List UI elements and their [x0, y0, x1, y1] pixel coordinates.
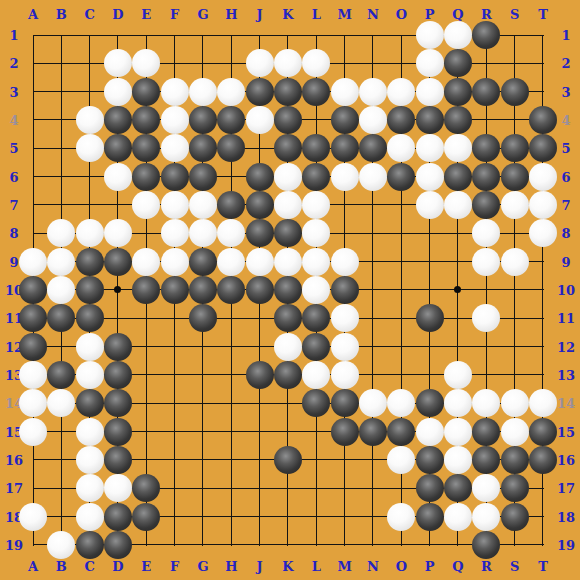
row-label-left: 1: [9, 28, 18, 43]
black-stone[interactable]: [501, 503, 529, 531]
row-label-right: 5: [561, 141, 570, 156]
white-stone[interactable]: [359, 389, 387, 417]
black-stone[interactable]: [444, 474, 472, 502]
star-point: [454, 286, 461, 293]
white-stone[interactable]: [47, 248, 75, 276]
black-stone[interactable]: [472, 134, 500, 162]
white-stone[interactable]: [161, 248, 189, 276]
black-stone[interactable]: [302, 163, 330, 191]
column-label-bottom: H: [225, 559, 237, 574]
column-label-bottom: T: [538, 559, 548, 574]
black-stone[interactable]: [274, 106, 302, 134]
white-stone[interactable]: [76, 106, 104, 134]
white-stone[interactable]: [416, 418, 444, 446]
column-label-top: K: [282, 7, 293, 22]
white-stone[interactable]: [359, 163, 387, 191]
row-label-left: 7: [9, 197, 18, 212]
white-stone[interactable]: [104, 219, 132, 247]
white-stone[interactable]: [444, 503, 472, 531]
white-stone[interactable]: [529, 163, 557, 191]
column-label-bottom: F: [170, 559, 179, 574]
white-stone[interactable]: [161, 106, 189, 134]
white-stone[interactable]: [472, 474, 500, 502]
black-stone[interactable]: [501, 134, 529, 162]
column-label-top: M: [337, 7, 351, 22]
white-stone[interactable]: [132, 191, 160, 219]
row-label-left: 8: [9, 226, 18, 241]
row-label-right: 1: [561, 28, 570, 43]
column-label-top: L: [312, 7, 321, 22]
row-label-left: 6: [9, 169, 18, 184]
white-stone[interactable]: [19, 389, 47, 417]
white-stone[interactable]: [132, 49, 160, 77]
black-stone[interactable]: [189, 106, 217, 134]
white-stone[interactable]: [444, 361, 472, 389]
column-label-top: Q: [452, 7, 463, 22]
column-label-top: S: [510, 7, 519, 22]
black-stone[interactable]: [246, 191, 274, 219]
white-stone[interactable]: [274, 163, 302, 191]
black-stone[interactable]: [387, 106, 415, 134]
white-stone[interactable]: [189, 219, 217, 247]
white-stone[interactable]: [161, 191, 189, 219]
white-stone[interactable]: [444, 134, 472, 162]
black-stone[interactable]: [501, 163, 529, 191]
black-stone[interactable]: [189, 304, 217, 332]
white-stone[interactable]: [76, 503, 104, 531]
white-stone[interactable]: [217, 78, 245, 106]
column-label-bottom: S: [510, 559, 519, 574]
black-stone[interactable]: [501, 78, 529, 106]
row-label-left: 17: [5, 481, 23, 496]
column-label-bottom: B: [56, 559, 67, 574]
column-label-top: N: [367, 7, 379, 22]
column-label-bottom: N: [367, 559, 379, 574]
black-stone[interactable]: [132, 503, 160, 531]
black-stone[interactable]: [132, 474, 160, 502]
white-stone[interactable]: [104, 78, 132, 106]
black-stone[interactable]: [302, 78, 330, 106]
white-stone[interactable]: [444, 389, 472, 417]
black-stone[interactable]: [104, 248, 132, 276]
black-stone[interactable]: [274, 78, 302, 106]
row-label-right: 11: [557, 311, 575, 326]
black-stone[interactable]: [19, 276, 47, 304]
white-stone[interactable]: [387, 503, 415, 531]
white-stone[interactable]: [302, 248, 330, 276]
row-label-left: 3: [9, 84, 18, 99]
black-stone[interactable]: [274, 276, 302, 304]
black-stone[interactable]: [331, 106, 359, 134]
white-stone[interactable]: [246, 106, 274, 134]
white-stone[interactable]: [161, 134, 189, 162]
white-stone[interactable]: [274, 333, 302, 361]
white-stone[interactable]: [416, 191, 444, 219]
column-label-bottom: R: [481, 559, 492, 574]
row-label-right: 6: [561, 169, 570, 184]
black-stone[interactable]: [246, 361, 274, 389]
black-stone[interactable]: [529, 106, 557, 134]
black-stone[interactable]: [529, 418, 557, 446]
column-label-bottom: Q: [452, 559, 463, 574]
black-stone[interactable]: [132, 163, 160, 191]
row-label-right: 8: [561, 226, 570, 241]
white-stone[interactable]: [331, 248, 359, 276]
white-stone[interactable]: [104, 163, 132, 191]
black-stone[interactable]: [416, 304, 444, 332]
white-stone[interactable]: [161, 219, 189, 247]
white-stone[interactable]: [416, 134, 444, 162]
column-label-top: B: [56, 7, 67, 22]
column-label-bottom: P: [425, 559, 435, 574]
white-stone[interactable]: [501, 418, 529, 446]
column-label-bottom: O: [396, 559, 407, 574]
black-stone[interactable]: [274, 304, 302, 332]
white-stone[interactable]: [416, 163, 444, 191]
row-label-right: 18: [557, 509, 575, 524]
black-stone[interactable]: [359, 134, 387, 162]
column-label-bottom: G: [197, 559, 208, 574]
white-stone[interactable]: [331, 333, 359, 361]
row-label-right: 3: [561, 84, 570, 99]
black-stone[interactable]: [76, 304, 104, 332]
black-stone[interactable]: [331, 418, 359, 446]
black-stone[interactable]: [529, 446, 557, 474]
white-stone[interactable]: [104, 474, 132, 502]
white-stone[interactable]: [472, 389, 500, 417]
black-stone[interactable]: [472, 191, 500, 219]
white-stone[interactable]: [19, 418, 47, 446]
black-stone[interactable]: [246, 219, 274, 247]
column-label-top: P: [425, 7, 435, 22]
black-stone[interactable]: [274, 219, 302, 247]
white-stone[interactable]: [189, 191, 217, 219]
white-stone[interactable]: [331, 304, 359, 332]
black-stone[interactable]: [104, 389, 132, 417]
row-label-right: 4: [561, 112, 570, 127]
black-stone[interactable]: [217, 134, 245, 162]
white-stone[interactable]: [302, 276, 330, 304]
white-stone[interactable]: [529, 219, 557, 247]
white-stone[interactable]: [19, 361, 47, 389]
black-stone[interactable]: [416, 389, 444, 417]
white-stone[interactable]: [274, 191, 302, 219]
black-stone[interactable]: [132, 106, 160, 134]
row-label-right: 12: [557, 339, 575, 354]
black-stone[interactable]: [472, 531, 500, 559]
black-stone[interactable]: [444, 163, 472, 191]
black-stone[interactable]: [19, 304, 47, 332]
column-label-top: O: [396, 7, 407, 22]
white-stone[interactable]: [76, 446, 104, 474]
black-stone[interactable]: [331, 134, 359, 162]
white-stone[interactable]: [302, 361, 330, 389]
row-label-left: 2: [9, 56, 18, 71]
row-label-right: 16: [557, 452, 575, 467]
white-stone[interactable]: [19, 503, 47, 531]
column-label-top: F: [170, 7, 179, 22]
white-stone[interactable]: [387, 134, 415, 162]
white-stone[interactable]: [501, 389, 529, 417]
black-stone[interactable]: [416, 474, 444, 502]
white-stone[interactable]: [444, 191, 472, 219]
black-stone[interactable]: [76, 276, 104, 304]
white-stone[interactable]: [76, 418, 104, 446]
go-board[interactable]: AABBCCDDEEFFGGHHJJKKLLMMNNOOPPQQRRSSTT11…: [0, 0, 580, 580]
black-stone[interactable]: [472, 418, 500, 446]
white-stone[interactable]: [416, 78, 444, 106]
white-stone[interactable]: [472, 304, 500, 332]
white-stone[interactable]: [302, 49, 330, 77]
white-stone[interactable]: [331, 163, 359, 191]
black-stone[interactable]: [104, 106, 132, 134]
black-stone[interactable]: [189, 276, 217, 304]
black-stone[interactable]: [132, 78, 160, 106]
row-label-right: 17: [557, 481, 575, 496]
row-label-right: 19: [557, 537, 575, 552]
row-label-right: 9: [561, 254, 570, 269]
white-stone[interactable]: [76, 219, 104, 247]
column-label-top: H: [225, 7, 237, 22]
black-stone[interactable]: [189, 163, 217, 191]
black-stone[interactable]: [76, 389, 104, 417]
white-stone[interactable]: [387, 446, 415, 474]
black-stone[interactable]: [501, 446, 529, 474]
white-stone[interactable]: [529, 389, 557, 417]
white-stone[interactable]: [501, 248, 529, 276]
black-stone[interactable]: [274, 446, 302, 474]
black-stone[interactable]: [104, 446, 132, 474]
black-stone[interactable]: [217, 276, 245, 304]
row-label-left: 4: [9, 112, 18, 127]
white-stone[interactable]: [472, 219, 500, 247]
column-label-top: G: [197, 7, 208, 22]
black-stone[interactable]: [104, 418, 132, 446]
black-stone[interactable]: [104, 134, 132, 162]
black-stone[interactable]: [472, 78, 500, 106]
white-stone[interactable]: [47, 276, 75, 304]
column-label-top: T: [538, 7, 548, 22]
row-label-left: 9: [9, 254, 18, 269]
white-stone[interactable]: [416, 49, 444, 77]
star-point: [114, 286, 121, 293]
white-stone[interactable]: [274, 248, 302, 276]
black-stone[interactable]: [416, 106, 444, 134]
row-label-right: 7: [561, 197, 570, 212]
white-stone[interactable]: [331, 78, 359, 106]
black-stone[interactable]: [104, 503, 132, 531]
row-label-right: 10: [557, 282, 575, 297]
black-stone[interactable]: [331, 389, 359, 417]
white-stone[interactable]: [444, 21, 472, 49]
black-stone[interactable]: [47, 361, 75, 389]
white-stone[interactable]: [529, 191, 557, 219]
white-stone[interactable]: [76, 361, 104, 389]
white-stone[interactable]: [387, 78, 415, 106]
white-stone[interactable]: [189, 78, 217, 106]
black-stone[interactable]: [416, 503, 444, 531]
black-stone[interactable]: [161, 163, 189, 191]
black-stone[interactable]: [132, 134, 160, 162]
column-label-bottom: L: [312, 559, 321, 574]
black-stone[interactable]: [189, 248, 217, 276]
black-stone[interactable]: [472, 21, 500, 49]
column-label-top: A: [28, 7, 38, 22]
white-stone[interactable]: [472, 503, 500, 531]
row-label-left: 19: [5, 537, 23, 552]
white-stone[interactable]: [104, 49, 132, 77]
column-label-bottom: D: [112, 559, 123, 574]
row-label-right: 2: [561, 56, 570, 71]
white-stone[interactable]: [217, 248, 245, 276]
column-label-bottom: K: [282, 559, 293, 574]
white-stone[interactable]: [246, 49, 274, 77]
column-label-bottom: M: [337, 559, 351, 574]
black-stone[interactable]: [76, 248, 104, 276]
white-stone[interactable]: [359, 106, 387, 134]
row-label-left: 16: [5, 452, 23, 467]
white-stone[interactable]: [161, 78, 189, 106]
column-label-bottom: A: [28, 559, 38, 574]
white-stone[interactable]: [132, 248, 160, 276]
white-stone[interactable]: [331, 361, 359, 389]
white-stone[interactable]: [19, 248, 47, 276]
black-stone[interactable]: [246, 276, 274, 304]
black-stone[interactable]: [104, 531, 132, 559]
black-stone[interactable]: [47, 304, 75, 332]
black-stone[interactable]: [161, 276, 189, 304]
white-stone[interactable]: [387, 389, 415, 417]
black-stone[interactable]: [359, 418, 387, 446]
column-label-bottom: J: [257, 559, 263, 574]
black-stone[interactable]: [302, 389, 330, 417]
column-label-top: C: [84, 7, 94, 22]
black-stone[interactable]: [444, 49, 472, 77]
black-stone[interactable]: [472, 163, 500, 191]
column-label-top: E: [141, 7, 151, 22]
white-stone[interactable]: [302, 191, 330, 219]
black-stone[interactable]: [104, 361, 132, 389]
white-stone[interactable]: [501, 191, 529, 219]
row-label-right: 13: [557, 367, 575, 382]
white-stone[interactable]: [47, 531, 75, 559]
white-stone[interactable]: [472, 248, 500, 276]
white-stone[interactable]: [302, 219, 330, 247]
black-stone[interactable]: [416, 446, 444, 474]
black-stone[interactable]: [387, 418, 415, 446]
white-stone[interactable]: [359, 78, 387, 106]
black-stone[interactable]: [274, 361, 302, 389]
black-stone[interactable]: [274, 134, 302, 162]
column-label-top: R: [481, 7, 492, 22]
black-stone[interactable]: [472, 446, 500, 474]
white-stone[interactable]: [217, 219, 245, 247]
black-stone[interactable]: [302, 333, 330, 361]
white-stone[interactable]: [76, 333, 104, 361]
white-stone[interactable]: [444, 418, 472, 446]
black-stone[interactable]: [387, 163, 415, 191]
black-stone[interactable]: [501, 474, 529, 502]
black-stone[interactable]: [302, 304, 330, 332]
black-stone[interactable]: [529, 134, 557, 162]
white-stone[interactable]: [416, 21, 444, 49]
black-stone[interactable]: [444, 106, 472, 134]
white-stone[interactable]: [47, 389, 75, 417]
row-label-right: 15: [557, 424, 575, 439]
row-label-right: 14: [557, 396, 575, 411]
white-stone[interactable]: [246, 248, 274, 276]
white-stone[interactable]: [47, 219, 75, 247]
black-stone[interactable]: [104, 333, 132, 361]
black-stone[interactable]: [331, 276, 359, 304]
white-stone[interactable]: [444, 446, 472, 474]
black-stone[interactable]: [246, 78, 274, 106]
black-stone[interactable]: [19, 333, 47, 361]
black-stone[interactable]: [217, 191, 245, 219]
column-label-bottom: C: [84, 559, 94, 574]
black-stone[interactable]: [302, 134, 330, 162]
white-stone[interactable]: [76, 474, 104, 502]
black-stone[interactable]: [132, 276, 160, 304]
black-stone[interactable]: [217, 106, 245, 134]
black-stone[interactable]: [246, 163, 274, 191]
column-label-top: J: [257, 7, 263, 22]
black-stone[interactable]: [444, 78, 472, 106]
black-stone[interactable]: [189, 134, 217, 162]
row-label-left: 5: [9, 141, 18, 156]
column-label-bottom: E: [141, 559, 151, 574]
white-stone[interactable]: [76, 134, 104, 162]
black-stone[interactable]: [76, 531, 104, 559]
column-label-top: D: [112, 7, 123, 22]
white-stone[interactable]: [274, 49, 302, 77]
